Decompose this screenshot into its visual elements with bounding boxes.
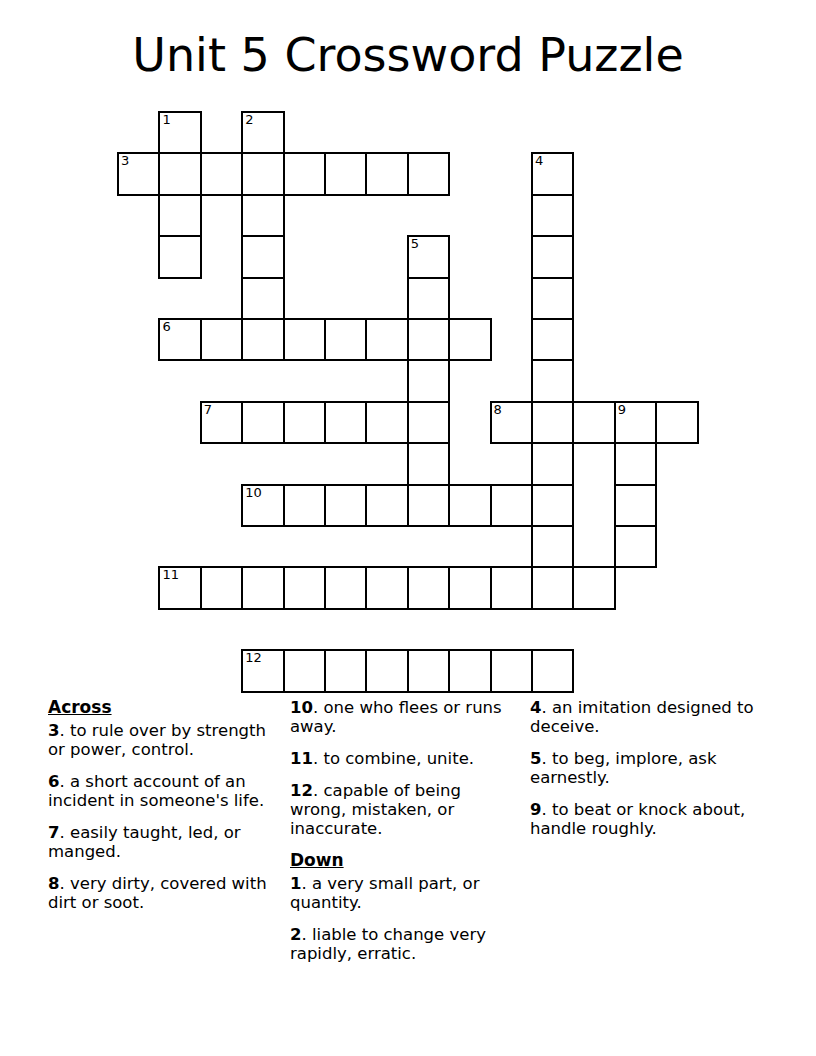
grid-cell[interactable] bbox=[241, 318, 284, 361]
grid-cell[interactable] bbox=[241, 566, 284, 609]
grid-cell[interactable] bbox=[490, 484, 533, 527]
clues-heading-across: Across bbox=[48, 698, 276, 717]
grid-cell[interactable] bbox=[531, 442, 574, 485]
grid-cell[interactable] bbox=[531, 401, 574, 444]
clue-number-label: 2 bbox=[290, 925, 301, 944]
grid-cell[interactable] bbox=[283, 566, 326, 609]
clue-7: 7. easily taught, led, or manged. bbox=[48, 823, 276, 861]
grid-cell[interactable] bbox=[407, 359, 450, 402]
grid-cell[interactable] bbox=[158, 194, 201, 237]
grid-cell[interactable] bbox=[324, 401, 367, 444]
grid-cell[interactable] bbox=[490, 566, 533, 609]
clue-number-label: 9 bbox=[530, 800, 541, 819]
clue-2: 2. liable to change very rapidly, errati… bbox=[290, 925, 520, 963]
grid-cell[interactable]: 1 bbox=[158, 111, 201, 154]
grid-cell[interactable] bbox=[241, 401, 284, 444]
grid-cell[interactable]: 8 bbox=[490, 401, 533, 444]
clue-number: 8 bbox=[494, 403, 502, 417]
grid-cell[interactable] bbox=[448, 318, 491, 361]
worksheet-page: Unit 5 Crossword Puzzle 123456789101112 … bbox=[0, 0, 816, 1056]
clue-10: 10. one who flees or runs away. bbox=[290, 698, 520, 736]
clue-number: 7 bbox=[204, 403, 212, 417]
grid-cell[interactable]: 6 bbox=[158, 318, 201, 361]
grid-cell[interactable] bbox=[531, 525, 574, 568]
clue-number-label: 5 bbox=[530, 749, 541, 768]
clue-9: 9. to beat or knock about, handle roughl… bbox=[530, 800, 762, 838]
grid-cell[interactable] bbox=[407, 442, 450, 485]
clue-3: 3. to rule over by strength or power, co… bbox=[48, 721, 276, 759]
grid-cell[interactable] bbox=[241, 152, 284, 195]
grid-cell[interactable]: 11 bbox=[158, 566, 201, 609]
clue-number: 9 bbox=[618, 403, 626, 417]
grid-cell[interactable] bbox=[283, 401, 326, 444]
clue-number: 12 bbox=[245, 651, 262, 665]
grid-cell[interactable] bbox=[324, 484, 367, 527]
grid-cell[interactable] bbox=[572, 566, 615, 609]
grid-cell[interactable] bbox=[572, 401, 615, 444]
clue-5: 5. to beg, implore, ask earnestly. bbox=[530, 749, 762, 787]
clue-number-label: 11 bbox=[290, 749, 313, 768]
grid-cell[interactable] bbox=[324, 649, 367, 692]
clue-number-label: 3 bbox=[48, 721, 59, 740]
grid-cell[interactable] bbox=[407, 277, 450, 320]
grid-cell[interactable] bbox=[531, 484, 574, 527]
grid-cell[interactable]: 9 bbox=[614, 401, 657, 444]
clue-number: 1 bbox=[162, 113, 170, 127]
grid-cell[interactable] bbox=[614, 525, 657, 568]
grid-cell[interactable] bbox=[283, 318, 326, 361]
grid-cell[interactable] bbox=[158, 235, 201, 278]
grid-cell[interactable]: 12 bbox=[241, 649, 284, 692]
grid-cell[interactable] bbox=[365, 401, 408, 444]
grid-cell[interactable] bbox=[200, 566, 243, 609]
clue-column-left: Across3. to rule over by strength or pow… bbox=[48, 698, 276, 925]
clue-number: 4 bbox=[535, 154, 543, 168]
clue-8: 8. very dirty, covered with dirt or soot… bbox=[48, 874, 276, 912]
grid-cell[interactable] bbox=[407, 484, 450, 527]
clue-number-label: 7 bbox=[48, 823, 59, 842]
grid-cell[interactable] bbox=[448, 484, 491, 527]
clue-number: 2 bbox=[245, 113, 253, 127]
grid-cell[interactable]: 2 bbox=[241, 111, 284, 154]
grid-cell[interactable] bbox=[531, 318, 574, 361]
clue-number: 3 bbox=[121, 154, 129, 168]
grid-cell[interactable] bbox=[531, 277, 574, 320]
clue-number-label: 6 bbox=[48, 772, 59, 791]
grid-cell[interactable] bbox=[407, 152, 450, 195]
clue-number-label: 10 bbox=[290, 698, 313, 717]
clue-number: 11 bbox=[162, 568, 179, 582]
grid-cell[interactable] bbox=[200, 318, 243, 361]
grid-cell[interactable] bbox=[448, 649, 491, 692]
grid-cell[interactable] bbox=[407, 566, 450, 609]
page-title: Unit 5 Crossword Puzzle bbox=[0, 28, 816, 82]
grid-cell[interactable] bbox=[365, 566, 408, 609]
grid-cell[interactable] bbox=[407, 318, 450, 361]
grid-cell[interactable] bbox=[490, 649, 533, 692]
grid-cell[interactable] bbox=[531, 235, 574, 278]
grid-cell[interactable] bbox=[531, 359, 574, 402]
grid-cell[interactable] bbox=[365, 152, 408, 195]
grid-cell[interactable] bbox=[283, 152, 326, 195]
clues-heading-down: Down bbox=[290, 851, 520, 870]
crossword-grid: 123456789101112 bbox=[117, 111, 699, 693]
grid-cell[interactable] bbox=[407, 401, 450, 444]
clue-number: 5 bbox=[411, 237, 419, 251]
clue-number: 10 bbox=[245, 486, 262, 500]
grid-cell[interactable]: 3 bbox=[117, 152, 160, 195]
grid-cell[interactable] bbox=[324, 152, 367, 195]
grid-cell[interactable] bbox=[158, 152, 201, 195]
clue-1: 1. a very small part, or quantity. bbox=[290, 874, 520, 912]
grid-cell[interactable] bbox=[531, 194, 574, 237]
grid-cell[interactable] bbox=[241, 194, 284, 237]
grid-cell[interactable]: 5 bbox=[407, 235, 450, 278]
grid-cell[interactable] bbox=[283, 484, 326, 527]
grid-cell[interactable] bbox=[241, 277, 284, 320]
grid-cell[interactable] bbox=[241, 235, 284, 278]
clue-4: 4. an imitation designed to deceive. bbox=[530, 698, 762, 736]
grid-cell[interactable] bbox=[407, 649, 450, 692]
clue-number-label: 8 bbox=[48, 874, 59, 893]
grid-cell[interactable] bbox=[283, 649, 326, 692]
grid-cell[interactable] bbox=[531, 649, 574, 692]
grid-cell[interactable] bbox=[531, 566, 574, 609]
grid-cell[interactable] bbox=[655, 401, 698, 444]
clue-6: 6. a short account of an incident in som… bbox=[48, 772, 276, 810]
grid-cell[interactable] bbox=[614, 442, 657, 485]
grid-cell[interactable] bbox=[365, 318, 408, 361]
clue-12: 12. capable of being wrong, mistaken, or… bbox=[290, 781, 520, 838]
clue-number-label: 4 bbox=[530, 698, 541, 717]
grid-cell[interactable] bbox=[448, 566, 491, 609]
grid-cell[interactable] bbox=[324, 566, 367, 609]
clue-number-label: 12 bbox=[290, 781, 313, 800]
grid-cell[interactable]: 10 bbox=[241, 484, 284, 527]
grid-cell[interactable] bbox=[614, 484, 657, 527]
grid-cell[interactable] bbox=[365, 649, 408, 692]
clue-number: 6 bbox=[162, 320, 170, 334]
grid-cell[interactable]: 7 bbox=[200, 401, 243, 444]
grid-cell[interactable] bbox=[200, 152, 243, 195]
grid-cell[interactable] bbox=[365, 484, 408, 527]
grid-cell[interactable]: 4 bbox=[531, 152, 574, 195]
grid-cell[interactable] bbox=[324, 318, 367, 361]
clue-column-right: 4. an imitation designed to deceive.5. t… bbox=[530, 698, 762, 851]
clue-number-label: 1 bbox=[290, 874, 301, 893]
clue-11: 11. to combine, unite. bbox=[290, 749, 520, 768]
clue-column-middle: 10. one who flees or runs away.11. to co… bbox=[290, 698, 520, 976]
